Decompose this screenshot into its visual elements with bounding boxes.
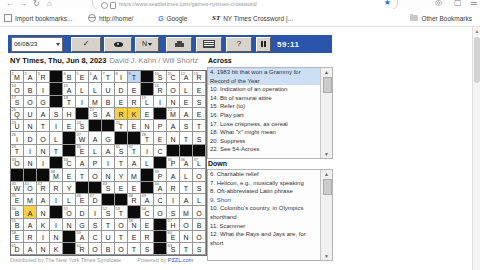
across-clue-item-15[interactable]: 15. Refer (to) bbox=[208, 102, 320, 111]
browser-address-bar: ← → ↻ ⌂ https://www.seattletimes.com/gam… bbox=[0, 0, 480, 9]
grid-cell-r13c3[interactable]: K bbox=[37, 219, 50, 231]
grid-cell-r2c14[interactable]: L bbox=[180, 83, 193, 95]
down-scrollbar[interactable]: ▲ ▼ bbox=[320, 170, 332, 260]
grid-cell-r11c6[interactable]: 46E bbox=[76, 194, 89, 206]
across-clue-item-18[interactable]: 18. What "x" might mean bbox=[208, 128, 320, 137]
grid-cell-r10c13[interactable]: R bbox=[167, 182, 180, 194]
grid-cell-r1c9[interactable]: 8I bbox=[115, 71, 128, 83]
grid-cell-r1c13[interactable]: 11C bbox=[167, 71, 180, 83]
cell-letter: S bbox=[89, 111, 101, 119]
across-clue-item-16[interactable]: 16. Play part bbox=[208, 111, 320, 120]
grid-cell-r4c1[interactable]: 20Q bbox=[11, 108, 24, 120]
grid-cell-r6c15[interactable]: S bbox=[193, 132, 206, 144]
grid-cell-r7c10[interactable]: 32T bbox=[128, 145, 141, 157]
grid-cell-r9c13[interactable]: A bbox=[167, 169, 180, 181]
grid-cell-r14c13[interactable]: 60E bbox=[167, 231, 180, 243]
grid-cell-r5c7 bbox=[89, 120, 102, 132]
cell-letter: E bbox=[128, 185, 140, 193]
grid-cell-r15c13[interactable]: 63S bbox=[167, 243, 180, 255]
grid-cell-r8c8[interactable]: I bbox=[102, 157, 115, 169]
cell-letter: R bbox=[24, 234, 36, 242]
grid-cell-r14c11[interactable]: R bbox=[141, 231, 154, 243]
cell-letter: I bbox=[50, 222, 62, 230]
grid-cell-r14c8[interactable]: U bbox=[102, 231, 115, 243]
grid-cell-r12c9[interactable]: 53T bbox=[115, 206, 128, 218]
cell-letter: E bbox=[193, 111, 205, 119]
across-scrollbar[interactable]: ▲ ▼ bbox=[320, 68, 332, 158]
grid-cell-r10c3[interactable]: 42R bbox=[37, 182, 50, 194]
cell-letter: T bbox=[63, 99, 75, 107]
grid-cell-r6c12[interactable]: E bbox=[154, 132, 167, 144]
grid-cell-r5c15[interactable]: T bbox=[193, 120, 206, 132]
grid-cell-r1c1[interactable]: 1M bbox=[11, 71, 24, 83]
down-clue-item-7[interactable]: 7. Helicon, e.g., musically speaking bbox=[208, 179, 320, 188]
across-clue-item-17[interactable]: 17. Lose crispness, as cereal bbox=[208, 120, 320, 129]
grid-cell-r12c10 bbox=[128, 206, 141, 218]
grid-cell-r7c12[interactable]: C bbox=[154, 145, 167, 157]
grid-cell-r1c5[interactable]: 4B bbox=[63, 71, 76, 83]
grid-cell-r10c9[interactable]: E bbox=[115, 182, 128, 194]
grid-cell-r10c14[interactable]: T bbox=[180, 182, 193, 194]
cell-letter: M bbox=[167, 111, 179, 119]
grid-cell-r8c13[interactable]: 35P bbox=[167, 157, 180, 169]
keyboard-icon bbox=[203, 40, 215, 48]
grid-cell-r11c7[interactable]: 47D bbox=[89, 194, 102, 206]
grid-cell-r8c2[interactable]: N bbox=[24, 157, 37, 169]
grid-cell-r9c7[interactable]: O bbox=[89, 169, 102, 181]
grid-cell-r12c1[interactable]: 50B bbox=[11, 206, 24, 218]
grid-cell-r4c8[interactable]: A bbox=[102, 108, 115, 120]
across-scrollbar-thumb[interactable] bbox=[323, 77, 332, 93]
grid-cell-r14c15[interactable]: O bbox=[193, 231, 206, 243]
cell-letter: O bbox=[154, 210, 166, 218]
cell-letter: A bbox=[102, 148, 114, 156]
down-clue-item-8[interactable]: 8. Oft-abbreviated Latin phrase bbox=[208, 187, 320, 196]
cell-letter: T bbox=[180, 246, 192, 254]
page-scrollbar[interactable]: ▲ bbox=[472, 27, 480, 270]
grid-cell-r13c10[interactable]: 56N bbox=[128, 219, 141, 231]
scroll-up-icon[interactable]: ▲ bbox=[321, 68, 332, 76]
home-icon[interactable]: ⌂ bbox=[47, 0, 52, 8]
help-button[interactable]: ? bbox=[226, 37, 252, 52]
grid-cell-r5c4[interactable]: I bbox=[50, 120, 63, 132]
grid-cell-r10c10[interactable]: E bbox=[128, 182, 141, 194]
grid-cell-r12c2[interactable]: A bbox=[24, 206, 37, 218]
powered-by: Powered by PZZL.com bbox=[137, 257, 193, 263]
grid-cell-r7c8[interactable]: A bbox=[102, 145, 115, 157]
grid-cell-r6c1[interactable]: 26I bbox=[11, 132, 24, 144]
grid-cell-r1c2[interactable]: 2A bbox=[24, 71, 37, 83]
cell-letter: A bbox=[37, 197, 49, 205]
cell-letter: B bbox=[11, 222, 23, 230]
grid-cell-r1c8[interactable]: 7T bbox=[102, 71, 115, 83]
grid-cell-r3c12[interactable]: I bbox=[154, 96, 167, 108]
grid-cell-r8c3[interactable]: I bbox=[37, 157, 50, 169]
grid-cell-r9c4[interactable]: 38M bbox=[50, 169, 63, 181]
grid-cell-r15c6[interactable]: 62R bbox=[76, 243, 89, 255]
grid-cell-r15c7[interactable]: O bbox=[89, 243, 102, 255]
cell-letter: T bbox=[180, 136, 192, 144]
grid-cell-r3c6[interactable]: I bbox=[76, 96, 89, 108]
grid-cell-r2c6[interactable]: L bbox=[76, 83, 89, 95]
scroll-up-icon[interactable]: ▲ bbox=[321, 170, 332, 178]
puzzle-byline: David J. Kahn / Will Shortz bbox=[109, 56, 198, 65]
cell-letter: E bbox=[141, 222, 153, 230]
grid-cell-r9c12[interactable]: 39P bbox=[154, 169, 167, 181]
grid-cell-r15c4[interactable]: K bbox=[50, 243, 63, 255]
grid-cell-r2c15[interactable]: E bbox=[193, 83, 206, 95]
grid-cell-r4c3[interactable]: A bbox=[37, 108, 50, 120]
grid-cell-r4c9[interactable]: R bbox=[115, 108, 128, 120]
grid-cell-r2c1[interactable]: 14O bbox=[11, 83, 24, 95]
grid-cell-r11c10[interactable]: 48R bbox=[128, 194, 141, 206]
cell-letter: E bbox=[115, 99, 127, 107]
grid-cell-r11c5[interactable]: L bbox=[63, 194, 76, 206]
pause-button[interactable] bbox=[256, 37, 271, 52]
grid-cell-r5c13[interactable]: A bbox=[167, 120, 180, 132]
grid-cell-r4c7[interactable]: 21S bbox=[89, 108, 102, 120]
cell-letter: A bbox=[89, 136, 101, 144]
grid-cell-r9c6[interactable]: T bbox=[76, 169, 89, 181]
bookmarks-bar: Import bookmarks... http://home/ G Googl… bbox=[0, 9, 480, 27]
grid-cell-r13c5[interactable]: N bbox=[63, 219, 76, 231]
scroll-down-icon[interactable]: ▼ bbox=[321, 150, 332, 158]
grid-cell-r2c2[interactable]: B bbox=[24, 83, 37, 95]
grid-cell-r15c11[interactable]: S bbox=[141, 243, 154, 255]
grid-cell-r8c15[interactable]: 37L bbox=[193, 157, 206, 169]
bookmark-home[interactable]: http://home/ bbox=[88, 13, 133, 23]
cell-letter: A bbox=[37, 111, 49, 119]
grid-cell-r11c11[interactable]: 49A bbox=[141, 194, 154, 206]
chevron-down-icon bbox=[148, 43, 152, 46]
cell-letter: U bbox=[102, 234, 114, 242]
grid-cell-r1c15[interactable]: 13R bbox=[193, 71, 206, 83]
page-scrollbar-thumb[interactable] bbox=[474, 37, 480, 83]
grid-cell-r7c3[interactable]: N bbox=[37, 145, 50, 157]
grid-cell-r7c1[interactable]: 29T bbox=[11, 145, 24, 157]
grid-cell-r15c15[interactable]: S bbox=[193, 243, 206, 255]
grid-cell-r13c13[interactable]: 57H bbox=[167, 219, 180, 231]
grid-cell-r6c3[interactable]: O bbox=[37, 132, 50, 144]
grid-cell-r15c10[interactable]: T bbox=[128, 243, 141, 255]
down-clue-item-11[interactable]: 11. Scammer bbox=[208, 222, 320, 231]
grid-cell-r10c4[interactable]: R bbox=[50, 182, 63, 194]
grid-cell-r3c8[interactable]: B bbox=[102, 96, 115, 108]
grid-cell-r14c14[interactable]: N bbox=[180, 231, 193, 243]
grid-cell-r3c9[interactable]: E bbox=[115, 96, 128, 108]
grid-cell-r10c12[interactable]: 44A bbox=[154, 182, 167, 194]
cell-letter: O bbox=[115, 246, 127, 254]
menu-icon[interactable]: ☰ bbox=[470, 0, 477, 7]
grid-cell-r11c2[interactable]: M bbox=[24, 194, 37, 206]
grid-cell-r5c10[interactable]: E bbox=[128, 120, 141, 132]
grid-cell-r12c7[interactable]: I bbox=[89, 206, 102, 218]
grid-cell-r7c11[interactable]: I bbox=[141, 145, 154, 157]
grid-cell-r10c2[interactable]: 41O bbox=[24, 182, 37, 194]
grid-cell-r9c11 bbox=[141, 169, 154, 181]
print-button[interactable] bbox=[166, 37, 192, 52]
grid-cell-r13c6[interactable]: G bbox=[76, 219, 89, 231]
cell-letter: E bbox=[167, 234, 179, 242]
grid-cell-r4c14[interactable]: A bbox=[180, 108, 193, 120]
cell-letter: D bbox=[115, 87, 127, 95]
grid-cell-r3c1[interactable]: 17S bbox=[11, 96, 24, 108]
grid-cell-r8c11[interactable]: L bbox=[141, 157, 154, 169]
grid-cell-r11c14[interactable]: A bbox=[180, 194, 193, 206]
grid-cell-r5c12[interactable]: P bbox=[154, 120, 167, 132]
grid-cell-r14c10[interactable]: E bbox=[128, 231, 141, 243]
bookmark-import[interactable]: Import bookmarks... bbox=[4, 13, 72, 23]
grid-cell-r12c5[interactable]: 51O bbox=[63, 206, 76, 218]
grid-cell-r4c15[interactable]: E bbox=[193, 108, 206, 120]
cell-letter: S bbox=[141, 246, 153, 254]
grid-cell-r4c2[interactable]: U bbox=[24, 108, 37, 120]
cell-letter: S bbox=[50, 111, 62, 119]
grid-cell-r5c6[interactable]: 24S bbox=[76, 120, 89, 132]
grid-cell-r10c5[interactable]: Y bbox=[63, 182, 76, 194]
grid-cell-r12c11[interactable]: 54C bbox=[141, 206, 154, 218]
down-clue-item-10[interactable]: 10. Colombo's country, in Olympics short… bbox=[208, 204, 320, 221]
grid-cell-r3c3[interactable]: G bbox=[37, 96, 50, 108]
keyboard-button[interactable] bbox=[196, 37, 222, 52]
grid-cell-r3c11[interactable]: 19L bbox=[141, 96, 154, 108]
grid-cell-r2c10[interactable]: E bbox=[128, 83, 141, 95]
grid-cell-r1c3[interactable]: 3R bbox=[37, 71, 50, 83]
forward-icon[interactable]: → bbox=[19, 0, 27, 8]
grid-cell-r6c4[interactable]: L bbox=[50, 132, 63, 144]
grid-cell-r3c2[interactable]: O bbox=[24, 96, 37, 108]
grid-cell-r11c4[interactable]: I bbox=[50, 194, 63, 206]
cell-letter: L bbox=[193, 160, 205, 168]
grid-cell-r9c15[interactable]: O bbox=[193, 169, 206, 181]
grid-cell-r8c7[interactable]: P bbox=[89, 157, 102, 169]
grid-cell-r13c14[interactable]: O bbox=[180, 219, 193, 231]
other-bookmarks[interactable]: Other Bookmarks bbox=[410, 13, 472, 23]
check-button[interactable]: ✓ bbox=[71, 37, 101, 52]
cell-letter: E bbox=[63, 173, 75, 181]
grid-cell-r12c8[interactable]: 52S bbox=[102, 206, 115, 218]
down-clue-item-9[interactable]: 9. Short bbox=[208, 196, 320, 205]
grid-cell-r7c2[interactable]: I bbox=[24, 145, 37, 157]
grid-cell-r1c10[interactable]: 9T bbox=[128, 71, 141, 83]
grid-cell-r12c13[interactable]: S bbox=[167, 206, 180, 218]
cell-letter: R bbox=[37, 185, 49, 193]
grid-cell-r3c7[interactable]: M bbox=[89, 96, 102, 108]
grid-cell-r3c13[interactable]: N bbox=[167, 96, 180, 108]
grid-cell-r12c6[interactable]: D bbox=[76, 206, 89, 218]
grid-cell-r12c3[interactable]: N bbox=[37, 206, 50, 218]
scroll-down-icon[interactable]: ▼ bbox=[321, 252, 332, 260]
grid-cell-r5c5[interactable]: E bbox=[63, 120, 76, 132]
puzzle-date-select[interactable]: 06/08/23 bbox=[11, 37, 63, 52]
grid-cell-r6c6[interactable]: 27W bbox=[76, 132, 89, 144]
bookmark-nyt-crossword[interactable]: ST NY Times Crossword |... bbox=[212, 13, 293, 23]
down-clue-item-12[interactable]: 12. What the Rays and Jays are, for shor… bbox=[208, 230, 320, 247]
grid-cell-r7c14 bbox=[180, 145, 193, 157]
grid-cell-r2c12[interactable]: 16R bbox=[154, 83, 167, 95]
profile-icon[interactable]: ◎ bbox=[435, 0, 442, 7]
reload-icon[interactable]: ↻ bbox=[33, 0, 40, 8]
grid-cell-r1c7[interactable]: 6A bbox=[89, 71, 102, 83]
grid-cell-r12c15[interactable]: O bbox=[193, 206, 206, 218]
grid-cell-r2c9[interactable]: D bbox=[115, 83, 128, 95]
grid-cell-r2c5[interactable]: 15A bbox=[63, 83, 76, 95]
grid-cell-r12c12[interactable]: O bbox=[154, 206, 167, 218]
cell-letter: N bbox=[141, 123, 153, 131]
grid-cell-r2c13[interactable]: O bbox=[167, 83, 180, 95]
across-clue-item-20[interactable]: 20. Suppress bbox=[208, 137, 320, 146]
grid-cell-r12c14[interactable]: M bbox=[180, 206, 193, 218]
grid-cell-r2c8[interactable]: U bbox=[102, 83, 115, 95]
grid-cell-r11c12[interactable]: C bbox=[154, 194, 167, 206]
grid-cell-r13c1[interactable]: 55B bbox=[11, 219, 24, 231]
grid-cell-r8c6[interactable]: A bbox=[76, 157, 89, 169]
grid-cell-r14c1[interactable]: 58E bbox=[11, 231, 24, 243]
cell-letter: Q bbox=[11, 111, 23, 119]
grid-cell-r9c10[interactable]: M bbox=[128, 169, 141, 181]
cell-letter: S bbox=[11, 99, 23, 107]
cell-letter: N bbox=[167, 136, 179, 144]
grid-cell-r15c1[interactable]: 61D bbox=[11, 243, 24, 255]
grid-cell-r9c3 bbox=[37, 169, 50, 181]
grid-cell-r1c12[interactable]: 10S bbox=[154, 71, 167, 83]
grid-cell-r1c14[interactable]: 12A bbox=[180, 71, 193, 83]
bookmark-star-icon[interactable]: ★ bbox=[384, 0, 391, 7]
grid-cell-r8c10[interactable]: A bbox=[128, 157, 141, 169]
grid-cell-r6c2[interactable]: D bbox=[24, 132, 37, 144]
grid-cell-r8c5[interactable]: 34C bbox=[63, 157, 76, 169]
grid-cell-r13c2[interactable]: A bbox=[24, 219, 37, 231]
grid-cell-r8c9[interactable]: T bbox=[115, 157, 128, 169]
grid-cell-r6c7[interactable]: A bbox=[89, 132, 102, 144]
grid-cell-r14c9[interactable]: T bbox=[115, 231, 128, 243]
grid-cell-r7c7[interactable]: L bbox=[89, 145, 102, 157]
grid-cell-r4c13[interactable]: 22M bbox=[167, 108, 180, 120]
grid-cell-r9c8[interactable]: N bbox=[102, 169, 115, 181]
grid-cell-r7c6[interactable]: 30E bbox=[76, 145, 89, 157]
grid-cell-r13c7[interactable]: S bbox=[89, 219, 102, 231]
grid-cell-r9c5[interactable]: E bbox=[63, 169, 76, 181]
grid-cell-r14c3[interactable]: I bbox=[37, 231, 50, 243]
grid-cell-r1c6[interactable]: 5E bbox=[76, 71, 89, 83]
scroll-up-icon[interactable]: ▲ bbox=[473, 28, 480, 34]
grid-cell-r3c15[interactable]: S bbox=[193, 96, 206, 108]
devices-icon[interactable]: ▢ bbox=[454, 0, 462, 7]
grid-cell-r5c14[interactable]: S bbox=[180, 120, 193, 132]
grid-cell-r5c3[interactable]: T bbox=[37, 120, 50, 132]
grid-cell-r10c1[interactable]: 40W bbox=[11, 182, 24, 194]
cell-letter: N bbox=[180, 234, 192, 242]
grid-cell-r6c14[interactable]: T bbox=[180, 132, 193, 144]
grid-cell-r2c7[interactable]: L bbox=[89, 83, 102, 95]
across-clue-item-4[interactable]: 4. 1983 hit that won a Grammy for Record… bbox=[208, 68, 320, 85]
grid-cell-r4c5[interactable]: H bbox=[63, 108, 76, 120]
grid-cell-r3c5[interactable]: 18T bbox=[63, 96, 76, 108]
cell-letter: P bbox=[154, 123, 166, 131]
bookmark-google[interactable]: G Google bbox=[158, 13, 187, 23]
down-scrollbar-thumb[interactable] bbox=[323, 179, 332, 195]
letter-mode-button[interactable]: N bbox=[135, 37, 159, 52]
cell-letter: Y bbox=[115, 173, 127, 181]
grid-cell-r10c15[interactable]: S bbox=[193, 182, 206, 194]
grid-cell-r3c10[interactable]: R bbox=[128, 96, 141, 108]
grid-cell-r3c14[interactable]: E bbox=[180, 96, 193, 108]
across-clue-item-14[interactable]: 14. Bit of samurai attire bbox=[208, 94, 320, 103]
grid-cell-r4c10[interactable]: K bbox=[128, 108, 141, 120]
grid-cell-r7c9[interactable]: 31S bbox=[115, 145, 128, 157]
grid-cell-r9c14[interactable]: L bbox=[180, 169, 193, 181]
grid-cell-r14c7[interactable]: C bbox=[89, 231, 102, 243]
grid-cell-r14c4[interactable]: N bbox=[50, 231, 63, 243]
grid-cell-r2c3[interactable]: I bbox=[37, 83, 50, 95]
grid-cell-r8c1[interactable]: 33O bbox=[11, 157, 24, 169]
grid-cell-r11c15[interactable]: L bbox=[193, 194, 206, 206]
grid-cell-r4c4[interactable]: S bbox=[50, 108, 63, 120]
grid-cell-r15c9[interactable]: O bbox=[115, 243, 128, 255]
grid-cell-r13c15[interactable]: B bbox=[193, 219, 206, 231]
cell-letter: A bbox=[180, 111, 192, 119]
grid-cell-r11c1[interactable]: 45E bbox=[11, 194, 24, 206]
reveal-button[interactable] bbox=[104, 37, 132, 52]
cell-letter: S bbox=[76, 123, 88, 131]
grid-cell-r15c14[interactable]: T bbox=[180, 243, 193, 255]
grid-cell-r15c8[interactable]: B bbox=[102, 243, 115, 255]
grid-cell-r5c2[interactable]: N bbox=[24, 120, 37, 132]
grid-cell-r15c3[interactable]: N bbox=[37, 243, 50, 255]
grid-cell-r7c4[interactable]: T bbox=[50, 145, 63, 157]
url-text: https://www.seattletimes.com/games-nytim… bbox=[119, 1, 257, 7]
grid-cell-r13c8[interactable]: T bbox=[102, 219, 115, 231]
grid-cell-r5c11[interactable]: N bbox=[141, 120, 154, 132]
grid-cell-r6c8[interactable]: G bbox=[102, 132, 115, 144]
cell-letter: D bbox=[24, 136, 36, 144]
down-clue-item-6[interactable]: 6. Charitable relief bbox=[208, 170, 320, 179]
across-clue-item-22[interactable]: 22. See 54-Across bbox=[208, 145, 320, 154]
across-clue-item-10[interactable]: 10. Indication of an operation bbox=[208, 85, 320, 94]
grid-cell-r13c4[interactable]: I bbox=[50, 219, 63, 231]
grid-cell-r15c2[interactable]: A bbox=[24, 243, 37, 255]
cell-letter: C bbox=[167, 74, 179, 82]
cell-letter: A bbox=[102, 111, 114, 119]
grid-cell-r14c2[interactable]: R bbox=[24, 231, 37, 243]
cell-letter: A bbox=[167, 173, 179, 181]
timer: 59:11 bbox=[277, 40, 300, 49]
grid-cell-r13c11[interactable]: E bbox=[141, 219, 154, 231]
cell-letter: N bbox=[128, 222, 140, 230]
grid-cell-r11c13[interactable]: I bbox=[167, 194, 180, 206]
grid-cell-r13c9[interactable]: O bbox=[115, 219, 128, 231]
grid-cell-r9c9[interactable]: Y bbox=[115, 169, 128, 181]
grid-cell-r6c13[interactable]: N bbox=[167, 132, 180, 144]
grid-cell-r10c8[interactable]: 43S bbox=[102, 182, 115, 194]
cell-letter: I bbox=[50, 123, 62, 131]
cell-letter: M bbox=[11, 74, 23, 82]
down-header: Down bbox=[208, 160, 227, 167]
grid-cell-r4c11[interactable]: E bbox=[141, 108, 154, 120]
cell-letter: B bbox=[24, 87, 36, 95]
grid-cell-r11c3[interactable]: A bbox=[37, 194, 50, 206]
grid-cell-r5c9[interactable]: 25T bbox=[115, 120, 128, 132]
grid-cell-r8c14[interactable]: 36A bbox=[180, 157, 193, 169]
page-icon[interactable] bbox=[110, 2, 116, 9]
cell-letter: O bbox=[180, 222, 192, 230]
grid-cell-r5c1[interactable]: 23U bbox=[11, 120, 24, 132]
pzzl-link[interactable]: PZZL.com bbox=[168, 257, 193, 263]
grid-cell-r6c11[interactable]: 28T bbox=[141, 132, 154, 144]
back-icon[interactable]: ← bbox=[6, 0, 14, 8]
grid-cell-r14c6[interactable]: 59A bbox=[76, 231, 89, 243]
site-info-icon[interactable] bbox=[101, 2, 108, 9]
